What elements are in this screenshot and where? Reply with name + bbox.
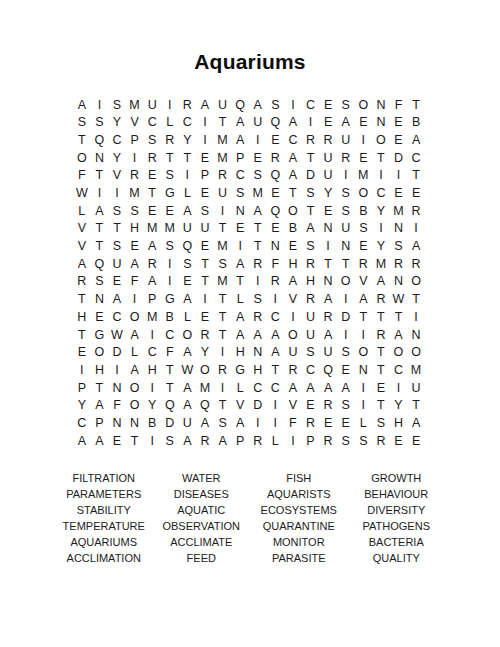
grid-cell[interactable]: T <box>407 291 425 309</box>
grid-cell[interactable]: O <box>196 361 214 379</box>
grid-cell[interactable]: A <box>355 291 373 309</box>
grid-cell[interactable]: C <box>161 326 179 344</box>
grid-cell[interactable]: T <box>249 220 267 238</box>
grid-cell[interactable]: I <box>214 202 232 220</box>
grid-cell[interactable]: P <box>231 432 249 450</box>
grid-cell[interactable]: I <box>108 361 126 379</box>
grid-cell[interactable]: R <box>319 432 337 450</box>
grid-cell[interactable]: D <box>302 167 320 185</box>
grid-cell[interactable]: S <box>337 96 355 114</box>
grid-cell[interactable]: I <box>407 308 425 326</box>
grid-cell[interactable]: T <box>161 149 179 167</box>
grid-cell[interactable]: C <box>108 308 126 326</box>
grid-cell[interactable]: A <box>231 131 249 149</box>
grid-cell[interactable]: R <box>196 432 214 450</box>
grid-cell[interactable]: F <box>73 167 91 185</box>
grid-cell[interactable]: W <box>108 326 126 344</box>
grid-cell[interactable]: A <box>284 114 302 132</box>
grid-cell[interactable]: T <box>126 432 144 450</box>
grid-cell[interactable]: E <box>407 432 425 450</box>
grid-cell[interactable]: C <box>302 361 320 379</box>
grid-cell[interactable]: A <box>231 255 249 273</box>
grid-cell[interactable]: S <box>372 414 390 432</box>
grid-cell[interactable]: C <box>267 308 285 326</box>
grid-cell[interactable]: E <box>143 202 161 220</box>
grid-cell[interactable]: I <box>372 167 390 185</box>
grid-cell[interactable]: Y <box>372 238 390 256</box>
grid-cell[interactable]: O <box>355 344 373 362</box>
grid-cell[interactable]: T <box>372 308 390 326</box>
grid-cell[interactable]: G <box>91 326 109 344</box>
grid-cell[interactable]: O <box>179 326 197 344</box>
grid-cell[interactable]: V <box>108 167 126 185</box>
grid-cell[interactable]: I <box>337 167 355 185</box>
grid-cell[interactable]: Q <box>161 397 179 415</box>
grid-cell[interactable]: R <box>337 149 355 167</box>
grid-cell[interactable]: T <box>161 361 179 379</box>
grid-cell[interactable]: U <box>284 344 302 362</box>
grid-cell[interactable]: I <box>196 114 214 132</box>
grid-cell[interactable]: R <box>319 397 337 415</box>
grid-cell[interactable]: T <box>355 308 373 326</box>
grid-cell[interactable]: P <box>73 379 91 397</box>
grid-cell[interactable]: L <box>179 308 197 326</box>
grid-cell[interactable]: G <box>161 291 179 309</box>
grid-cell[interactable]: D <box>390 149 408 167</box>
grid-cell[interactable]: S <box>337 202 355 220</box>
grid-cell[interactable]: T <box>372 344 390 362</box>
grid-cell[interactable]: E <box>267 220 285 238</box>
grid-cell[interactable]: V <box>284 291 302 309</box>
grid-cell[interactable]: I <box>249 273 267 291</box>
grid-cell[interactable]: Q <box>91 255 109 273</box>
grid-cell[interactable]: Y <box>179 131 197 149</box>
grid-cell[interactable]: T <box>179 149 197 167</box>
grid-cell[interactable]: U <box>407 379 425 397</box>
grid-cell[interactable]: T <box>319 255 337 273</box>
grid-cell[interactable]: O <box>91 344 109 362</box>
grid-cell[interactable]: Q <box>267 167 285 185</box>
grid-cell[interactable]: R <box>372 291 390 309</box>
grid-cell[interactable]: R <box>355 255 373 273</box>
grid-cell[interactable]: O <box>284 202 302 220</box>
grid-cell[interactable]: R <box>249 255 267 273</box>
grid-cell[interactable]: E <box>108 273 126 291</box>
grid-cell[interactable]: I <box>161 255 179 273</box>
grid-cell[interactable]: S <box>337 184 355 202</box>
grid-cell[interactable]: E <box>390 131 408 149</box>
grid-cell[interactable]: A <box>179 379 197 397</box>
grid-cell[interactable]: A <box>372 273 390 291</box>
grid-cell[interactable]: Y <box>196 344 214 362</box>
grid-cell[interactable]: A <box>319 326 337 344</box>
grid-cell[interactable]: R <box>143 255 161 273</box>
grid-cell[interactable]: E <box>355 238 373 256</box>
grid-cell[interactable]: O <box>73 149 91 167</box>
grid-cell[interactable]: L <box>126 344 144 362</box>
grid-cell[interactable]: M <box>161 220 179 238</box>
grid-cell[interactable]: E <box>143 167 161 185</box>
grid-cell[interactable]: E <box>355 149 373 167</box>
grid-cell[interactable]: A <box>91 202 109 220</box>
grid-cell[interactable]: Y <box>390 397 408 415</box>
grid-cell[interactable]: E <box>390 114 408 132</box>
grid-cell[interactable]: A <box>249 96 267 114</box>
grid-cell[interactable]: N <box>231 202 249 220</box>
grid-cell[interactable]: P <box>231 149 249 167</box>
grid-cell[interactable]: C <box>267 379 285 397</box>
grid-cell[interactable]: T <box>91 220 109 238</box>
grid-cell[interactable]: T <box>214 326 232 344</box>
grid-cell[interactable]: B <box>143 414 161 432</box>
grid-cell[interactable]: T <box>108 220 126 238</box>
grid-cell[interactable]: A <box>108 291 126 309</box>
grid-cell[interactable]: L <box>267 432 285 450</box>
grid-cell[interactable]: L <box>355 414 373 432</box>
grid-cell[interactable]: A <box>302 379 320 397</box>
grid-cell[interactable]: D <box>249 397 267 415</box>
grid-cell[interactable]: A <box>407 238 425 256</box>
grid-cell[interactable]: E <box>319 202 337 220</box>
grid-cell[interactable]: P <box>302 432 320 450</box>
grid-cell[interactable]: H <box>126 220 144 238</box>
grid-cell[interactable]: O <box>126 379 144 397</box>
grid-cell[interactable]: A <box>267 326 285 344</box>
grid-cell[interactable]: N <box>91 149 109 167</box>
grid-cell[interactable]: I <box>267 291 285 309</box>
grid-cell[interactable]: V <box>231 397 249 415</box>
grid-cell[interactable]: U <box>196 220 214 238</box>
grid-cell[interactable]: O <box>126 397 144 415</box>
grid-cell[interactable]: T <box>73 131 91 149</box>
grid-cell[interactable]: S <box>302 238 320 256</box>
grid-cell[interactable]: H <box>302 273 320 291</box>
grid-cell[interactable]: C <box>143 114 161 132</box>
grid-cell[interactable]: I <box>319 238 337 256</box>
grid-cell[interactable]: R <box>407 255 425 273</box>
grid-cell[interactable]: I <box>284 308 302 326</box>
grid-cell[interactable]: A <box>249 326 267 344</box>
grid-cell[interactable]: N <box>91 291 109 309</box>
grid-cell[interactable]: R <box>302 255 320 273</box>
grid-cell[interactable]: S <box>302 184 320 202</box>
grid-cell[interactable]: S <box>196 202 214 220</box>
grid-cell[interactable]: I <box>337 291 355 309</box>
grid-cell[interactable]: Y <box>108 114 126 132</box>
grid-cell[interactable]: T <box>214 308 232 326</box>
grid-cell[interactable]: T <box>73 291 91 309</box>
grid-cell[interactable]: P <box>196 167 214 185</box>
grid-cell[interactable]: R <box>196 326 214 344</box>
grid-cell[interactable]: T <box>73 326 91 344</box>
grid-cell[interactable]: E <box>179 273 197 291</box>
grid-cell[interactable]: A <box>126 326 144 344</box>
grid-cell[interactable]: C <box>231 167 249 185</box>
grid-cell[interactable]: I <box>390 379 408 397</box>
grid-cell[interactable]: H <box>284 255 302 273</box>
grid-cell[interactable]: T <box>249 238 267 256</box>
grid-cell[interactable]: A <box>319 379 337 397</box>
grid-cell[interactable]: O <box>355 184 373 202</box>
grid-cell[interactable]: T <box>196 255 214 273</box>
grid-cell[interactable]: D <box>108 344 126 362</box>
grid-cell[interactable]: R <box>126 167 144 185</box>
grid-cell[interactable]: U <box>319 149 337 167</box>
grid-cell[interactable]: A <box>231 414 249 432</box>
grid-cell[interactable]: Q <box>231 96 249 114</box>
grid-cell[interactable]: E <box>91 308 109 326</box>
grid-cell[interactable]: E <box>355 114 373 132</box>
grid-cell[interactable]: R <box>161 131 179 149</box>
grid-cell[interactable]: M <box>407 361 425 379</box>
grid-cell[interactable]: U <box>214 184 232 202</box>
grid-cell[interactable]: E <box>372 379 390 397</box>
grid-cell[interactable]: S <box>108 96 126 114</box>
grid-cell[interactable]: I <box>267 414 285 432</box>
grid-cell[interactable]: T <box>143 184 161 202</box>
grid-cell[interactable]: N <box>337 238 355 256</box>
grid-cell[interactable]: E <box>319 114 337 132</box>
grid-cell[interactable]: L <box>231 291 249 309</box>
grid-cell[interactable]: S <box>231 184 249 202</box>
grid-cell[interactable]: I <box>161 96 179 114</box>
grid-cell[interactable]: C <box>143 344 161 362</box>
grid-cell[interactable]: N <box>407 326 425 344</box>
grid-cell[interactable]: I <box>196 131 214 149</box>
grid-cell[interactable]: W <box>73 184 91 202</box>
grid-cell[interactable]: A <box>319 291 337 309</box>
grid-cell[interactable]: V <box>73 220 91 238</box>
grid-cell[interactable]: A <box>267 344 285 362</box>
grid-cell[interactable]: E <box>196 238 214 256</box>
grid-cell[interactable]: I <box>126 291 144 309</box>
grid-cell[interactable]: U <box>337 131 355 149</box>
grid-cell[interactable]: H <box>73 308 91 326</box>
grid-cell[interactable]: R <box>214 361 232 379</box>
grid-cell[interactable]: H <box>390 414 408 432</box>
grid-cell[interactable]: R <box>249 432 267 450</box>
grid-cell[interactable]: A <box>179 344 197 362</box>
grid-cell[interactable]: A <box>249 202 267 220</box>
grid-cell[interactable]: S <box>108 238 126 256</box>
grid-cell[interactable]: A <box>407 131 425 149</box>
grid-cell[interactable]: T <box>91 238 109 256</box>
grid-cell[interactable]: S <box>161 432 179 450</box>
grid-cell[interactable]: E <box>390 184 408 202</box>
grid-cell[interactable]: N <box>319 220 337 238</box>
grid-cell[interactable]: D <box>161 414 179 432</box>
grid-cell[interactable]: I <box>143 432 161 450</box>
grid-cell[interactable]: E <box>249 149 267 167</box>
grid-cell[interactable]: E <box>319 414 337 432</box>
grid-cell[interactable]: A <box>302 220 320 238</box>
grid-cell[interactable]: I <box>390 167 408 185</box>
grid-cell[interactable]: I <box>284 432 302 450</box>
grid-cell[interactable]: T <box>390 308 408 326</box>
grid-cell[interactable]: H <box>231 344 249 362</box>
grid-cell[interactable]: U <box>302 308 320 326</box>
grid-cell[interactable]: I <box>108 184 126 202</box>
grid-cell[interactable]: A <box>91 432 109 450</box>
grid-cell[interactable]: S <box>355 220 373 238</box>
grid-cell[interactable]: I <box>372 220 390 238</box>
grid-cell[interactable]: I <box>355 326 373 344</box>
grid-cell[interactable]: R <box>302 414 320 432</box>
grid-cell[interactable]: S <box>73 114 91 132</box>
grid-cell[interactable]: G <box>161 184 179 202</box>
grid-cell[interactable]: D <box>337 308 355 326</box>
grid-cell[interactable]: N <box>108 414 126 432</box>
grid-cell[interactable]: T <box>161 379 179 397</box>
grid-cell[interactable]: U <box>319 344 337 362</box>
grid-cell[interactable]: W <box>179 361 197 379</box>
grid-cell[interactable]: C <box>302 96 320 114</box>
grid-cell[interactable]: N <box>390 220 408 238</box>
grid-cell[interactable]: U <box>108 255 126 273</box>
grid-cell[interactable]: C <box>73 414 91 432</box>
grid-cell[interactable]: I <box>249 414 267 432</box>
grid-cell[interactable]: E <box>267 184 285 202</box>
grid-cell[interactable]: U <box>337 220 355 238</box>
grid-cell[interactable]: B <box>284 220 302 238</box>
grid-cell[interactable]: Q <box>91 131 109 149</box>
grid-cell[interactable]: T <box>372 361 390 379</box>
grid-cell[interactable]: I <box>355 131 373 149</box>
grid-cell[interactable]: A <box>337 114 355 132</box>
grid-cell[interactable]: I <box>267 397 285 415</box>
grid-cell[interactable]: A <box>143 273 161 291</box>
grid-cell[interactable]: A <box>73 255 91 273</box>
grid-cell[interactable]: T <box>214 397 232 415</box>
grid-cell[interactable]: I <box>143 379 161 397</box>
grid-cell[interactable]: V <box>284 397 302 415</box>
grid-cell[interactable]: L <box>73 202 91 220</box>
grid-cell[interactable]: S <box>214 414 232 432</box>
grid-cell[interactable]: I <box>143 326 161 344</box>
grid-cell[interactable]: A <box>126 361 144 379</box>
grid-cell[interactable]: N <box>126 414 144 432</box>
grid-cell[interactable]: T <box>302 202 320 220</box>
grid-cell[interactable]: Q <box>196 397 214 415</box>
grid-cell[interactable]: P <box>143 291 161 309</box>
grid-cell[interactable]: R <box>372 326 390 344</box>
grid-cell[interactable]: T <box>302 149 320 167</box>
grid-cell[interactable]: A <box>214 432 232 450</box>
grid-cell[interactable]: U <box>214 96 232 114</box>
grid-cell[interactable]: G <box>231 361 249 379</box>
grid-cell[interactable]: V <box>355 273 373 291</box>
grid-cell[interactable]: F <box>126 273 144 291</box>
grid-cell[interactable]: A <box>179 291 197 309</box>
grid-cell[interactable]: R <box>143 149 161 167</box>
grid-cell[interactable]: R <box>179 96 197 114</box>
grid-cell[interactable]: E <box>302 397 320 415</box>
grid-cell[interactable]: F <box>284 414 302 432</box>
grid-cell[interactable]: R <box>407 202 425 220</box>
grid-cell[interactable]: I <box>91 184 109 202</box>
grid-cell[interactable]: T <box>196 273 214 291</box>
grid-cell[interactable]: A <box>337 379 355 397</box>
grid-cell[interactable]: A <box>91 397 109 415</box>
grid-cell[interactable]: T <box>372 149 390 167</box>
grid-cell[interactable]: T <box>407 397 425 415</box>
grid-cell[interactable]: A <box>284 273 302 291</box>
grid-cell[interactable]: M <box>214 273 232 291</box>
grid-cell[interactable]: E <box>319 96 337 114</box>
grid-cell[interactable]: A <box>407 414 425 432</box>
grid-cell[interactable]: A <box>179 397 197 415</box>
grid-cell[interactable]: T <box>231 273 249 291</box>
grid-cell[interactable]: T <box>407 96 425 114</box>
grid-cell[interactable]: C <box>249 379 267 397</box>
grid-cell[interactable]: T <box>372 397 390 415</box>
grid-cell[interactable]: M <box>214 149 232 167</box>
grid-cell[interactable]: I <box>214 344 232 362</box>
grid-cell[interactable]: S <box>249 291 267 309</box>
grid-cell[interactable]: R <box>302 131 320 149</box>
grid-cell[interactable]: M <box>143 308 161 326</box>
grid-cell[interactable]: N <box>267 238 285 256</box>
grid-cell[interactable]: A <box>179 202 197 220</box>
grid-cell[interactable]: F <box>108 397 126 415</box>
grid-cell[interactable]: O <box>126 308 144 326</box>
grid-cell[interactable]: S <box>108 202 126 220</box>
grid-cell[interactable]: O <box>407 344 425 362</box>
grid-cell[interactable]: T <box>91 379 109 397</box>
grid-cell[interactable]: O <box>407 273 425 291</box>
grid-cell[interactable]: M <box>126 184 144 202</box>
grid-cell[interactable]: E <box>407 184 425 202</box>
grid-cell[interactable]: Y <box>143 397 161 415</box>
grid-cell[interactable]: I <box>126 149 144 167</box>
grid-cell[interactable]: I <box>407 220 425 238</box>
grid-cell[interactable]: C <box>390 361 408 379</box>
grid-cell[interactable]: Q <box>267 202 285 220</box>
grid-cell[interactable]: S <box>337 432 355 450</box>
grid-cell[interactable]: W <box>390 291 408 309</box>
grid-cell[interactable]: R <box>73 273 91 291</box>
grid-cell[interactable]: N <box>355 361 373 379</box>
grid-cell[interactable]: N <box>108 379 126 397</box>
grid-cell[interactable]: B <box>161 308 179 326</box>
grid-cell[interactable]: I <box>302 114 320 132</box>
grid-cell[interactable]: I <box>355 379 373 397</box>
grid-cell[interactable]: I <box>196 291 214 309</box>
grid-cell[interactable]: S <box>91 114 109 132</box>
grid-cell[interactable]: A <box>284 379 302 397</box>
grid-cell[interactable]: E <box>231 220 249 238</box>
grid-cell[interactable]: S <box>161 238 179 256</box>
grid-cell[interactable]: S <box>249 167 267 185</box>
grid-cell[interactable]: A <box>179 432 197 450</box>
grid-cell[interactable]: H <box>249 361 267 379</box>
grid-cell[interactable]: S <box>143 131 161 149</box>
grid-cell[interactable]: M <box>214 131 232 149</box>
grid-cell[interactable]: B <box>407 114 425 132</box>
grid-cell[interactable]: I <box>249 131 267 149</box>
grid-cell[interactable]: Y <box>319 184 337 202</box>
grid-cell[interactable]: T <box>284 184 302 202</box>
grid-cell[interactable]: L <box>161 114 179 132</box>
grid-cell[interactable]: R <box>267 149 285 167</box>
grid-cell[interactable]: E <box>161 202 179 220</box>
grid-cell[interactable]: R <box>390 255 408 273</box>
grid-cell[interactable]: C <box>179 114 197 132</box>
grid-cell[interactable]: E <box>337 361 355 379</box>
grid-cell[interactable]: A <box>284 167 302 185</box>
grid-cell[interactable]: I <box>73 361 91 379</box>
grid-cell[interactable]: C <box>284 131 302 149</box>
